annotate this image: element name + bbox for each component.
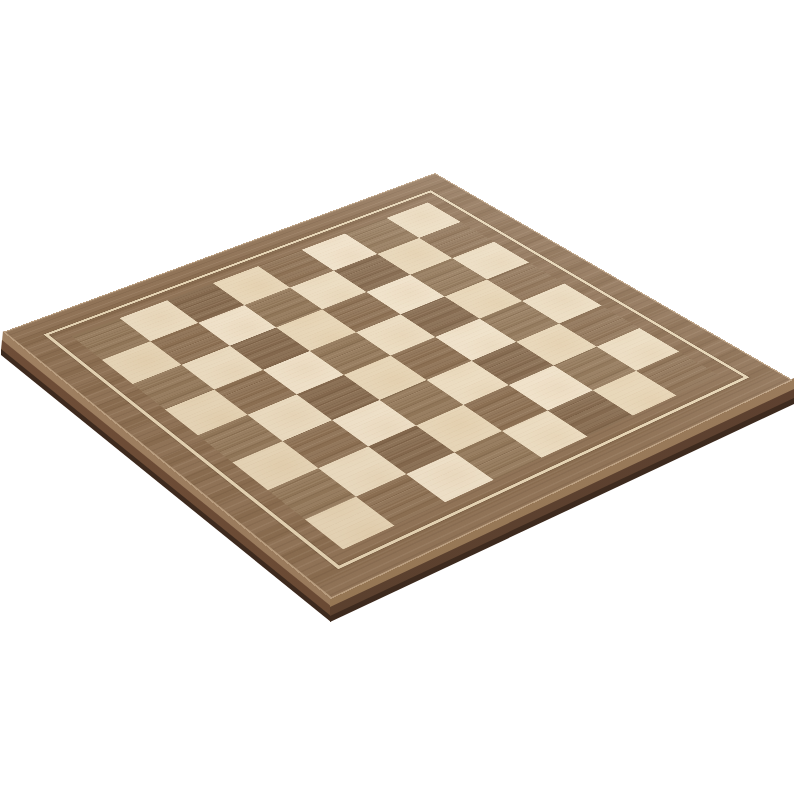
chessboard	[3, 173, 793, 599]
chessboard-product-photo	[0, 0, 800, 800]
board-grid	[72, 202, 720, 549]
